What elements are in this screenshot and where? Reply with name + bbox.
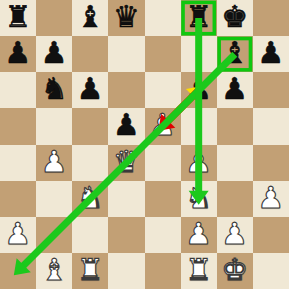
- piece-black-pawn-a7[interactable]: ♟: [5, 38, 32, 68]
- square-g2[interactable]: ♟: [217, 217, 253, 253]
- piece-white-knight-f3[interactable]: ♞: [185, 183, 212, 213]
- square-g6[interactable]: ♟: [217, 72, 253, 108]
- square-h1[interactable]: [253, 253, 289, 289]
- square-e3[interactable]: [145, 181, 181, 217]
- piece-white-pawn-h3[interactable]: ♟: [257, 183, 284, 213]
- square-g1[interactable]: ♚: [217, 253, 253, 289]
- piece-black-pawn-c6[interactable]: ♟: [77, 74, 104, 104]
- square-h7[interactable]: ♟: [253, 36, 289, 72]
- piece-black-queen-d8[interactable]: ♛: [113, 2, 140, 32]
- piece-white-knight-c3[interactable]: ♞: [77, 183, 104, 213]
- square-d4[interactable]: ♛: [108, 145, 144, 181]
- piece-black-rook-a8[interactable]: ♜: [5, 2, 32, 32]
- square-a8[interactable]: ♜: [0, 0, 36, 36]
- piece-black-bishop-g7[interactable]: ♝: [221, 38, 248, 68]
- square-h8[interactable]: [253, 0, 289, 36]
- square-g4[interactable]: [217, 145, 253, 181]
- piece-white-rook-f1[interactable]: ♜: [185, 255, 212, 285]
- square-d5[interactable]: ♟: [108, 108, 144, 144]
- square-b4[interactable]: ♟: [36, 145, 72, 181]
- piece-white-bishop-b1[interactable]: ♝: [41, 255, 68, 285]
- piece-black-rook-f8[interactable]: ♜: [185, 2, 212, 32]
- square-c8[interactable]: ♝: [72, 0, 108, 36]
- square-e7[interactable]: [145, 36, 181, 72]
- square-g7[interactable]: ♝: [217, 36, 253, 72]
- square-a6[interactable]: [0, 72, 36, 108]
- square-f7[interactable]: [181, 36, 217, 72]
- square-e4[interactable]: [145, 145, 181, 181]
- piece-white-pawn-f2[interactable]: ♟: [185, 219, 212, 249]
- piece-black-pawn-d5[interactable]: ♟: [113, 110, 140, 140]
- square-h4[interactable]: [253, 145, 289, 181]
- square-g3[interactable]: [217, 181, 253, 217]
- piece-black-pawn-b7[interactable]: ♟: [41, 38, 68, 68]
- square-b6[interactable]: ♞: [36, 72, 72, 108]
- square-b5[interactable]: [36, 108, 72, 144]
- piece-white-pawn-e5[interactable]: ♟: [149, 110, 176, 140]
- square-f8[interactable]: ♜: [181, 0, 217, 36]
- square-c6[interactable]: ♟: [72, 72, 108, 108]
- square-g5[interactable]: [217, 108, 253, 144]
- square-b8[interactable]: [36, 0, 72, 36]
- square-b1[interactable]: ♝: [36, 253, 72, 289]
- piece-black-knight-b6[interactable]: ♞: [41, 74, 68, 104]
- square-c3[interactable]: ♞: [72, 181, 108, 217]
- square-f1[interactable]: ♜: [181, 253, 217, 289]
- square-b2[interactable]: [36, 217, 72, 253]
- square-h3[interactable]: ♟: [253, 181, 289, 217]
- square-f2[interactable]: ♟: [181, 217, 217, 253]
- piece-black-pawn-h7[interactable]: ♟: [257, 38, 284, 68]
- piece-white-queen-d4[interactable]: ♛: [113, 147, 140, 177]
- piece-black-bishop-c8[interactable]: ♝: [77, 2, 104, 32]
- square-a3[interactable]: [0, 181, 36, 217]
- square-h5[interactable]: [253, 108, 289, 144]
- chess-board: ♜♝♛♜♚♟♟♝♟♞♟♟♟♟♟♟♛♟♞♞♟♟♟♟♝♜♜♚: [0, 0, 289, 289]
- square-b3[interactable]: [36, 181, 72, 217]
- square-c2[interactable]: [72, 217, 108, 253]
- square-c1[interactable]: ♜: [72, 253, 108, 289]
- square-a2[interactable]: ♟: [0, 217, 36, 253]
- square-d3[interactable]: [108, 181, 144, 217]
- piece-white-pawn-f4[interactable]: ♟: [185, 147, 212, 177]
- square-f5[interactable]: [181, 108, 217, 144]
- square-e5[interactable]: ♟: [145, 108, 181, 144]
- square-d1[interactable]: [108, 253, 144, 289]
- square-a7[interactable]: ♟: [0, 36, 36, 72]
- square-c7[interactable]: [72, 36, 108, 72]
- square-a1[interactable]: [0, 253, 36, 289]
- square-d2[interactable]: [108, 217, 144, 253]
- square-c5[interactable]: [72, 108, 108, 144]
- square-f3[interactable]: ♞: [181, 181, 217, 217]
- square-h2[interactable]: [253, 217, 289, 253]
- piece-white-king-g1[interactable]: ♚: [221, 255, 248, 285]
- piece-black-pawn-g6[interactable]: ♟: [221, 74, 248, 104]
- piece-white-pawn-b4[interactable]: ♟: [41, 147, 68, 177]
- piece-black-king-g8[interactable]: ♚: [221, 2, 248, 32]
- square-a5[interactable]: [0, 108, 36, 144]
- square-b7[interactable]: ♟: [36, 36, 72, 72]
- square-e6[interactable]: [145, 72, 181, 108]
- square-h6[interactable]: [253, 72, 289, 108]
- square-g8[interactable]: ♚: [217, 0, 253, 36]
- piece-white-rook-c1[interactable]: ♜: [77, 255, 104, 285]
- piece-white-pawn-a2[interactable]: ♟: [5, 219, 32, 249]
- square-e8[interactable]: [145, 0, 181, 36]
- square-f6[interactable]: ♟: [181, 72, 217, 108]
- square-a4[interactable]: [0, 145, 36, 181]
- square-d6[interactable]: [108, 72, 144, 108]
- square-f4[interactable]: ♟: [181, 145, 217, 181]
- square-d8[interactable]: ♛: [108, 0, 144, 36]
- square-d7[interactable]: [108, 36, 144, 72]
- piece-black-pawn-f6[interactable]: ♟: [185, 74, 212, 104]
- piece-white-pawn-g2[interactable]: ♟: [221, 219, 248, 249]
- square-c4[interactable]: [72, 145, 108, 181]
- board-squares: ♜♝♛♜♚♟♟♝♟♞♟♟♟♟♟♟♛♟♞♞♟♟♟♟♝♜♜♚: [0, 0, 289, 289]
- square-e2[interactable]: [145, 217, 181, 253]
- square-e1[interactable]: [145, 253, 181, 289]
